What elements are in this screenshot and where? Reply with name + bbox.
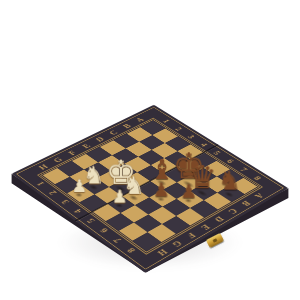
white-pawn-icon: ♟ — [59, 177, 100, 194]
square-h3[interactable]: ♟ — [67, 186, 94, 203]
product-photo: ABCDEFGH ABCDEFGH 12345678 12345678 ♞♚♛♝… — [0, 0, 300, 300]
white-pawn-icon: ♟ — [99, 188, 140, 205]
